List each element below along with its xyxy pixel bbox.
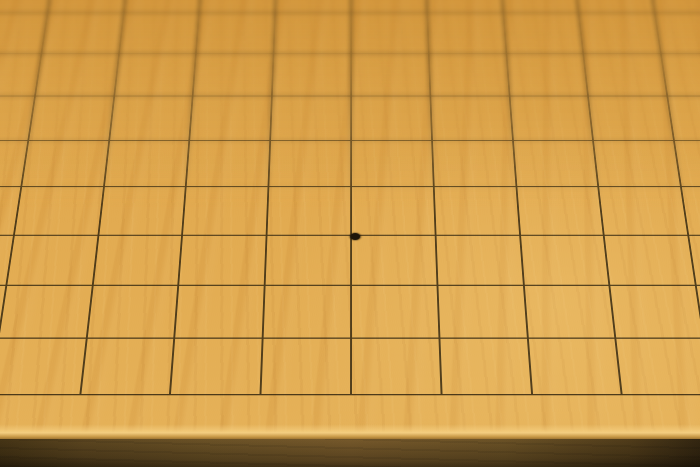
- board-cell[interactable]: [504, 13, 585, 54]
- board-plane: [0, 0, 700, 433]
- board-cell[interactable]: [273, 54, 352, 97]
- board-cell[interactable]: [510, 97, 594, 141]
- board-cell[interactable]: [440, 339, 532, 394]
- board-cell[interactable]: [524, 286, 616, 339]
- board-cell[interactable]: [611, 286, 700, 339]
- board-cell[interactable]: [589, 97, 675, 141]
- board-cell[interactable]: [428, 13, 507, 54]
- board-cell[interactable]: [521, 236, 611, 286]
- board-cell[interactable]: [48, 0, 128, 13]
- board-cell[interactable]: [197, 13, 276, 54]
- board-cell[interactable]: [656, 13, 700, 54]
- board-cell[interactable]: [262, 339, 352, 394]
- board-cell[interactable]: [352, 339, 442, 394]
- board-cell[interactable]: [426, 0, 503, 13]
- board-cell[interactable]: [436, 236, 524, 286]
- board-cell[interactable]: [352, 141, 434, 187]
- board-cell[interactable]: [93, 236, 183, 286]
- board-cell[interactable]: [176, 286, 266, 339]
- board-cell[interactable]: [264, 286, 352, 339]
- board-cell[interactable]: [268, 187, 352, 235]
- board-cell[interactable]: [668, 97, 700, 141]
- board-cell[interactable]: [352, 236, 438, 286]
- board-cell[interactable]: [22, 141, 110, 187]
- board-cell[interactable]: [180, 236, 268, 286]
- board-cell[interactable]: [124, 0, 203, 13]
- board-cell[interactable]: [513, 141, 599, 187]
- board-cell[interactable]: [0, 0, 54, 13]
- board-cell[interactable]: [29, 97, 115, 141]
- board-cell[interactable]: [662, 54, 700, 97]
- board-cell[interactable]: [183, 187, 269, 235]
- board-cell[interactable]: [271, 97, 352, 141]
- board-cell[interactable]: [7, 236, 99, 286]
- board-cell[interactable]: [110, 97, 194, 141]
- board-cell[interactable]: [36, 54, 120, 97]
- board-cell[interactable]: [0, 13, 48, 54]
- board-cell[interactable]: [120, 13, 201, 54]
- board-cell[interactable]: [269, 141, 352, 187]
- board-cell[interactable]: [352, 286, 440, 339]
- board-cell[interactable]: [266, 236, 352, 286]
- board-cell[interactable]: [0, 339, 87, 394]
- board-cell[interactable]: [594, 141, 682, 187]
- board-cell[interactable]: [15, 187, 105, 235]
- board-cell[interactable]: [171, 339, 263, 394]
- board-cell[interactable]: [580, 13, 662, 54]
- board-cell[interactable]: [433, 141, 517, 187]
- board-cell[interactable]: [584, 54, 668, 97]
- board-cell[interactable]: [575, 0, 655, 13]
- board-cell[interactable]: [352, 187, 436, 235]
- board-cell[interactable]: [617, 339, 700, 394]
- board-cell[interactable]: [528, 339, 622, 394]
- go-board-photo: [0, 0, 700, 467]
- board-cell[interactable]: [438, 286, 528, 339]
- board-cell[interactable]: [352, 13, 429, 54]
- board-cell[interactable]: [650, 0, 700, 13]
- board-cell[interactable]: [276, 0, 352, 13]
- board-cell[interactable]: [87, 286, 179, 339]
- board-cell[interactable]: [200, 0, 277, 13]
- board-cell[interactable]: [501, 0, 580, 13]
- board-cell[interactable]: [187, 141, 271, 187]
- board-cell[interactable]: [352, 97, 433, 141]
- board-cell[interactable]: [42, 13, 124, 54]
- board-cell[interactable]: [81, 339, 175, 394]
- board-perspective-scene: [0, 0, 700, 467]
- board-cell[interactable]: [431, 97, 513, 141]
- board-cell[interactable]: [517, 187, 605, 235]
- board-cell[interactable]: [99, 187, 187, 235]
- board-cell[interactable]: [605, 236, 697, 286]
- board-cell[interactable]: [599, 187, 689, 235]
- board-cell[interactable]: [104, 141, 190, 187]
- board-cell[interactable]: [507, 54, 589, 97]
- board-cell[interactable]: [352, 54, 431, 97]
- board-cell[interactable]: [434, 187, 520, 235]
- board-cell[interactable]: [429, 54, 510, 97]
- board-cell[interactable]: [0, 286, 93, 339]
- board-cell[interactable]: [194, 54, 275, 97]
- board-cell[interactable]: [275, 13, 352, 54]
- board-grid: [0, 0, 700, 395]
- board-cell[interactable]: [190, 97, 272, 141]
- star-point-hoshi: [350, 233, 360, 240]
- board-cell[interactable]: [352, 0, 428, 13]
- board-cell[interactable]: [115, 54, 197, 97]
